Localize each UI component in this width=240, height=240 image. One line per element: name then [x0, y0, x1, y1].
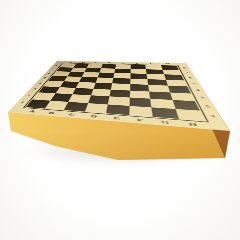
rank-label-6: 6	[47, 73, 51, 75]
rank-label-7: 7	[185, 72, 189, 74]
rank-label-5: 5	[43, 77, 47, 79]
square-e1[interactable]	[106, 104, 129, 115]
rank-label-3: 3	[33, 88, 38, 90]
file-label-g: G	[150, 63, 154, 64]
file-label-g: G	[161, 120, 170, 125]
rank-label-2: 2	[26, 94, 31, 97]
file-label-e: E	[113, 116, 120, 121]
file-label-b: B	[81, 62, 85, 63]
file-label-e: E	[122, 62, 125, 63]
rank-label-6: 6	[188, 77, 193, 79]
file-label-h: H	[188, 122, 199, 127]
rank-label-8: 8	[55, 65, 58, 66]
file-label-f: F	[137, 118, 143, 123]
file-label-c: C	[94, 62, 98, 63]
rank-label-1: 1	[209, 114, 216, 118]
chessboard-photo: ABCDEFGH ABCDEFGH 87654321 87654321	[0, 0, 240, 240]
rank-label-5: 5	[191, 82, 196, 84]
file-label-c: C	[68, 112, 76, 116]
file-label-b: B	[48, 111, 56, 115]
rank-label-4: 4	[38, 82, 42, 84]
file-label-d: D	[90, 114, 98, 119]
rank-label-7: 7	[51, 68, 55, 69]
file-label-a: A	[28, 109, 36, 113]
square-d1[interactable]	[84, 103, 107, 113]
file-label-a: A	[69, 62, 73, 63]
file-label-d: D	[108, 62, 112, 63]
rank-label-4: 4	[195, 89, 201, 92]
rank-label-1: 1	[20, 101, 25, 104]
file-label-f: F	[136, 63, 139, 64]
rank-label-3: 3	[199, 96, 205, 99]
rank-label-2: 2	[204, 104, 211, 108]
square-f1[interactable]	[129, 106, 153, 117]
rank-label-8: 8	[182, 67, 186, 69]
file-label-h: H	[165, 63, 170, 64]
